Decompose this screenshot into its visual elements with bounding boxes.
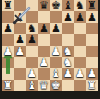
black-pawn-e6[interactable]: ♟ (50, 23, 62, 34)
square-a8[interactable]: ♜ (2, 0, 14, 11)
white-pawn-a4[interactable]: ♟ (2, 46, 14, 57)
white-pawn-h2[interactable]: ♟ (86, 68, 98, 79)
white-bishop-c1[interactable]: ♝ (26, 80, 38, 91)
square-a2[interactable] (2, 68, 14, 79)
square-a5[interactable] (2, 34, 14, 45)
square-g7[interactable]: ♟ (74, 11, 86, 22)
square-c6[interactable]: ♞ (26, 23, 38, 34)
square-f8[interactable]: ♝ (62, 0, 74, 11)
square-c4[interactable] (26, 46, 38, 57)
black-pawn-c5[interactable]: ♟ (26, 34, 38, 45)
black-queen-d8[interactable]: ♛ (38, 0, 50, 11)
square-a6[interactable]: ♟ (2, 23, 14, 34)
square-g2[interactable]: ♟ (74, 68, 86, 79)
black-pawn-b5[interactable]: ♟ (14, 34, 26, 45)
square-d1[interactable]: ♛ (38, 80, 50, 91)
black-knight-c6[interactable]: ♞ (26, 23, 38, 34)
square-c1[interactable]: ♝ (26, 80, 38, 91)
square-h7[interactable]: ♟ (86, 11, 98, 22)
square-h4[interactable] (86, 46, 98, 57)
square-b2[interactable] (14, 68, 26, 79)
square-g3[interactable] (74, 57, 86, 68)
square-d3[interactable]: ♟ (38, 57, 50, 68)
square-g1[interactable] (74, 80, 86, 91)
chess-app-window: ♜♛♚♝♞♜♝♟♟♟♟♞♟♟♟♟♟♟♟♞♟♞♟♝♟♟♟♜♝♛♚♜ (0, 0, 100, 99)
square-h6[interactable] (86, 23, 98, 34)
square-f4[interactable]: ♞ (62, 46, 74, 57)
square-b5[interactable]: ♟ (14, 34, 26, 45)
square-g8[interactable]: ♞ (74, 0, 86, 11)
square-e1[interactable]: ♚ (50, 80, 62, 91)
chess-board[interactable]: ♜♛♚♝♞♜♝♟♟♟♟♞♟♟♟♟♟♟♟♞♟♞♟♝♟♟♟♜♝♛♚♜ (2, 0, 98, 91)
square-c8[interactable] (26, 0, 38, 11)
square-d4[interactable] (38, 46, 50, 57)
square-b8[interactable] (14, 0, 26, 11)
black-pawn-f7[interactable]: ♟ (62, 11, 74, 22)
square-b4[interactable]: ♟ (14, 46, 26, 57)
black-king-e8[interactable]: ♚ (50, 0, 62, 11)
white-pawn-f2[interactable]: ♟ (62, 68, 74, 79)
white-rook-h1[interactable]: ♜ (86, 80, 98, 91)
square-h3[interactable] (86, 57, 98, 68)
square-g4[interactable] (74, 46, 86, 57)
white-pawn-b4[interactable]: ♟ (14, 46, 26, 57)
square-c7[interactable] (26, 11, 38, 22)
white-rook-a1[interactable]: ♜ (2, 80, 14, 91)
black-pawn-d6[interactable]: ♟ (38, 23, 50, 34)
white-pawn-c2[interactable]: ♟ (26, 68, 38, 79)
square-b6[interactable] (14, 23, 26, 34)
square-d7[interactable] (38, 11, 50, 22)
square-e2[interactable]: ♝ (50, 68, 62, 79)
white-pawn-d3[interactable]: ♟ (38, 57, 50, 68)
square-d6[interactable]: ♟ (38, 23, 50, 34)
square-e6[interactable]: ♟ (50, 23, 62, 34)
white-knight-f3[interactable]: ♞ (62, 57, 74, 68)
square-h8[interactable]: ♜ (86, 0, 98, 11)
square-c3[interactable] (26, 57, 38, 68)
square-f6[interactable] (62, 23, 74, 34)
square-h5[interactable] (86, 34, 98, 45)
square-c5[interactable]: ♟ (26, 34, 38, 45)
square-e5[interactable] (50, 34, 62, 45)
white-king-e1[interactable]: ♚ (50, 80, 62, 91)
square-h1[interactable]: ♜ (86, 80, 98, 91)
square-b7[interactable]: ♝ (14, 11, 26, 22)
square-f7[interactable]: ♟ (62, 11, 74, 22)
black-knight-g8[interactable]: ♞ (74, 0, 86, 11)
square-f2[interactable]: ♟ (62, 68, 74, 79)
square-h2[interactable]: ♟ (86, 68, 98, 79)
square-a1[interactable]: ♜ (2, 80, 14, 91)
white-pawn-e4[interactable]: ♟ (50, 46, 62, 57)
square-e4[interactable]: ♟ (50, 46, 62, 57)
square-d2[interactable] (38, 68, 50, 79)
white-queen-d1[interactable]: ♛ (38, 80, 50, 91)
square-d5[interactable] (38, 34, 50, 45)
square-e8[interactable]: ♚ (50, 0, 62, 11)
black-bishop-f8[interactable]: ♝ (62, 0, 74, 11)
black-rook-a8[interactable]: ♜ (2, 0, 14, 11)
square-b1[interactable] (14, 80, 26, 91)
white-knight-f4[interactable]: ♞ (62, 46, 74, 57)
square-e3[interactable] (50, 57, 62, 68)
square-g5[interactable] (74, 34, 86, 45)
black-rook-h8[interactable]: ♜ (86, 0, 98, 11)
black-pawn-a6[interactable]: ♟ (2, 23, 14, 34)
square-c2[interactable]: ♟ (26, 68, 38, 79)
square-f3[interactable]: ♞ (62, 57, 74, 68)
square-d8[interactable]: ♛ (38, 0, 50, 11)
black-bishop-b7[interactable]: ♝ (14, 11, 26, 22)
square-f5[interactable] (62, 34, 74, 45)
square-g6[interactable] (74, 23, 86, 34)
black-pawn-g7[interactable]: ♟ (74, 11, 86, 22)
square-a4[interactable]: ♟ (2, 46, 14, 57)
square-a7[interactable] (2, 11, 14, 22)
white-pawn-g2[interactable]: ♟ (74, 68, 86, 79)
square-a3[interactable] (2, 57, 14, 68)
white-bishop-e2[interactable]: ♝ (50, 68, 62, 79)
square-e7[interactable] (50, 11, 62, 22)
square-f1[interactable] (62, 80, 74, 91)
square-b3[interactable] (14, 57, 26, 68)
black-pawn-h7[interactable]: ♟ (86, 11, 98, 22)
